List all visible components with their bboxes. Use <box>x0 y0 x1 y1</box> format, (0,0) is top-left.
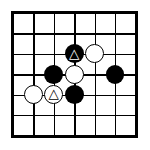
go-board: △△ <box>0 0 150 150</box>
intersection[interactable] <box>23 84 43 104</box>
black-stone[interactable] <box>65 85 84 104</box>
intersection[interactable]: △ <box>64 44 84 64</box>
black-stone[interactable] <box>44 65 63 84</box>
white-stone[interactable] <box>85 44 104 63</box>
intersection[interactable] <box>105 64 125 84</box>
black-stone[interactable]: △ <box>65 44 84 63</box>
stones-layer[interactable]: △△ <box>3 3 146 146</box>
intersection[interactable] <box>84 44 104 64</box>
intersection[interactable] <box>64 64 84 84</box>
black-stone[interactable] <box>106 65 125 84</box>
triangle-marker: △ <box>49 87 59 101</box>
white-stone[interactable] <box>24 85 43 104</box>
intersection[interactable] <box>64 84 84 104</box>
intersection[interactable]: △ <box>44 84 64 104</box>
triangle-marker: △ <box>69 47 79 61</box>
white-stone[interactable]: △ <box>44 85 63 104</box>
white-stone[interactable] <box>65 65 84 84</box>
intersection[interactable] <box>44 64 64 84</box>
